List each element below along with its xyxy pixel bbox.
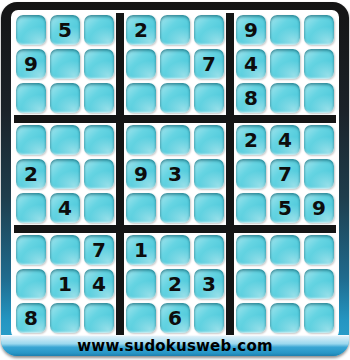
- cell-r6c7[interactable]: [236, 193, 266, 223]
- box-1-1: 59: [14, 13, 116, 115]
- cell-r6c1[interactable]: [16, 193, 46, 223]
- cell-r8c1[interactable]: [16, 269, 46, 299]
- box-1-2: 27: [124, 13, 226, 115]
- cell-r4c6[interactable]: [194, 125, 224, 155]
- cell-r9c5[interactable]: 6: [160, 303, 190, 333]
- cell-r9c1[interactable]: 8: [16, 303, 46, 333]
- cell-r8c5[interactable]: 2: [160, 269, 190, 299]
- cell-r1c8[interactable]: [270, 15, 300, 45]
- cell-r3c1[interactable]: [16, 83, 46, 113]
- cell-r9c9[interactable]: [304, 303, 334, 333]
- cell-r5c3[interactable]: [84, 159, 114, 189]
- cell-r5c6[interactable]: [194, 159, 224, 189]
- cell-r7c3[interactable]: 7: [84, 235, 114, 265]
- cell-r6c9[interactable]: 9: [304, 193, 334, 223]
- cell-r3c4[interactable]: [126, 83, 156, 113]
- cell-r6c4[interactable]: [126, 193, 156, 223]
- cell-r4c8[interactable]: 4: [270, 125, 300, 155]
- cell-r7c9[interactable]: [304, 235, 334, 265]
- cell-r1c3[interactable]: [84, 15, 114, 45]
- cell-r9c7[interactable]: [236, 303, 266, 333]
- site-link[interactable]: www.sudokusweb.com: [77, 337, 272, 355]
- cell-r2c5[interactable]: [160, 49, 190, 79]
- box-3-3: [234, 233, 336, 335]
- cell-r3c6[interactable]: [194, 83, 224, 113]
- cell-r8c2[interactable]: 1: [50, 269, 80, 299]
- cell-r8c6[interactable]: 3: [194, 269, 224, 299]
- cell-r9c2[interactable]: [50, 303, 80, 333]
- cell-r5c2[interactable]: [50, 159, 80, 189]
- cell-r7c7[interactable]: [236, 235, 266, 265]
- cell-r4c7[interactable]: 2: [236, 125, 266, 155]
- cell-r1c1[interactable]: [16, 15, 46, 45]
- cell-r8c9[interactable]: [304, 269, 334, 299]
- footer-bar: www.sudokusweb.com: [1, 335, 349, 356]
- cell-r5c7[interactable]: [236, 159, 266, 189]
- cell-r1c4[interactable]: 2: [126, 15, 156, 45]
- box-1-3: 948: [234, 13, 336, 115]
- cell-r5c9[interactable]: [304, 159, 334, 189]
- cell-r1c6[interactable]: [194, 15, 224, 45]
- cell-r4c2[interactable]: [50, 125, 80, 155]
- cell-r9c8[interactable]: [270, 303, 300, 333]
- cell-r2c8[interactable]: [270, 49, 300, 79]
- sudoku-grid: 592794824932475971481236: [14, 13, 336, 335]
- cell-r2c6[interactable]: 7: [194, 49, 224, 79]
- cell-r4c9[interactable]: [304, 125, 334, 155]
- cell-r2c9[interactable]: [304, 49, 334, 79]
- box-3-1: 7148: [14, 233, 116, 335]
- cell-r4c3[interactable]: [84, 125, 114, 155]
- cell-r1c9[interactable]: [304, 15, 334, 45]
- cell-r8c7[interactable]: [236, 269, 266, 299]
- cell-r1c2[interactable]: 5: [50, 15, 80, 45]
- cell-r4c4[interactable]: [126, 125, 156, 155]
- cell-r3c3[interactable]: [84, 83, 114, 113]
- cell-r2c7[interactable]: 4: [236, 49, 266, 79]
- cell-r8c8[interactable]: [270, 269, 300, 299]
- cell-r5c8[interactable]: 7: [270, 159, 300, 189]
- cell-r7c2[interactable]: [50, 235, 80, 265]
- cell-r9c6[interactable]: [194, 303, 224, 333]
- box-2-1: 24: [14, 123, 116, 225]
- cell-r6c2[interactable]: 4: [50, 193, 80, 223]
- cell-r6c8[interactable]: 5: [270, 193, 300, 223]
- cell-r7c5[interactable]: [160, 235, 190, 265]
- cell-r1c5[interactable]: [160, 15, 190, 45]
- cell-r9c4[interactable]: [126, 303, 156, 333]
- cell-r7c1[interactable]: [16, 235, 46, 265]
- cell-r8c4[interactable]: [126, 269, 156, 299]
- cell-r2c4[interactable]: [126, 49, 156, 79]
- cell-r7c8[interactable]: [270, 235, 300, 265]
- cell-r2c2[interactable]: [50, 49, 80, 79]
- cell-r8c3[interactable]: 4: [84, 269, 114, 299]
- box-2-2: 93: [124, 123, 226, 225]
- sudoku-board: 592794824932475971481236: [11, 10, 339, 338]
- cell-r2c3[interactable]: [84, 49, 114, 79]
- cell-r5c1[interactable]: 2: [16, 159, 46, 189]
- cell-r7c6[interactable]: [194, 235, 224, 265]
- cell-r2c1[interactable]: 9: [16, 49, 46, 79]
- cell-r6c5[interactable]: [160, 193, 190, 223]
- cell-r3c9[interactable]: [304, 83, 334, 113]
- board-frame: 592794824932475971481236 www.sudokusweb.…: [1, 2, 349, 356]
- cell-r5c5[interactable]: 3: [160, 159, 190, 189]
- box-2-3: 24759: [234, 123, 336, 225]
- box-3-2: 1236: [124, 233, 226, 335]
- cell-r6c6[interactable]: [194, 193, 224, 223]
- cell-r9c3[interactable]: [84, 303, 114, 333]
- cell-r7c4[interactable]: 1: [126, 235, 156, 265]
- cell-r3c7[interactable]: 8: [236, 83, 266, 113]
- cell-r1c7[interactable]: 9: [236, 15, 266, 45]
- cell-r3c5[interactable]: [160, 83, 190, 113]
- cell-r3c2[interactable]: [50, 83, 80, 113]
- cell-r3c8[interactable]: [270, 83, 300, 113]
- cell-r5c4[interactable]: 9: [126, 159, 156, 189]
- cell-r6c3[interactable]: [84, 193, 114, 223]
- cell-r4c1[interactable]: [16, 125, 46, 155]
- cell-r4c5[interactable]: [160, 125, 190, 155]
